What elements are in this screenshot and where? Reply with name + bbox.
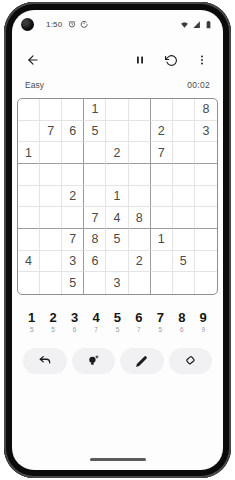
cell-r6c4[interactable]: 7 [84, 207, 106, 229]
numpad-digit: 9 [200, 311, 207, 324]
cell-r7c9[interactable] [195, 229, 217, 251]
phone-frame: 1:50 [4, 2, 231, 478]
cell-r2c2[interactable]: 7 [40, 121, 62, 143]
difficulty-label: Easy [25, 80, 44, 90]
cell-r6c3[interactable] [62, 207, 84, 229]
cell-r2c3[interactable]: 6 [62, 121, 84, 143]
cell-r3c5[interactable]: 2 [106, 142, 128, 164]
cell-r4c7[interactable] [151, 164, 173, 186]
cell-r4c3[interactable] [62, 164, 84, 186]
numpad-remaining-count: 5 [159, 326, 163, 333]
pencil-button[interactable] [120, 348, 164, 374]
back-arrow-icon [26, 53, 40, 67]
cell-r3c9[interactable] [195, 142, 217, 164]
cell-r5c3[interactable]: 2 [62, 186, 84, 208]
cell-r5c6[interactable] [129, 186, 151, 208]
numpad-digit: 2 [50, 311, 57, 324]
cell-r2c5[interactable] [106, 121, 128, 143]
numpad-key-2[interactable]: 25 [42, 311, 63, 333]
cell-r9c3[interactable]: 5 [62, 272, 84, 294]
numpad-digit: 7 [157, 311, 164, 324]
numpad-key-6[interactable]: 67 [128, 311, 149, 333]
cell-r9c1[interactable] [18, 272, 40, 294]
cell-r1c2[interactable] [40, 99, 62, 121]
cell-r1c1[interactable] [18, 99, 40, 121]
number-pad: 152536475567758699 [21, 311, 214, 333]
cell-r7c8[interactable] [173, 229, 195, 251]
cell-r5c8[interactable] [173, 186, 195, 208]
cell-r3c1[interactable]: 1 [18, 142, 40, 164]
numpad-key-3[interactable]: 36 [64, 311, 85, 333]
camera-punch-hole [21, 18, 34, 31]
numpad-remaining-count: 7 [137, 326, 141, 333]
status-icons-right [180, 20, 213, 29]
cell-r3c7[interactable]: 7 [151, 142, 173, 164]
cell-r6c8[interactable] [173, 207, 195, 229]
alarm-icon [68, 20, 76, 28]
cell-r8c9[interactable] [195, 251, 217, 273]
cell-r2c8[interactable] [173, 121, 195, 143]
cell-r5c5[interactable]: 1 [106, 186, 128, 208]
numpad-digit: 6 [135, 311, 142, 324]
undo-button[interactable] [23, 348, 67, 374]
game-info-row: Easy 00:02 [25, 80, 210, 90]
numpad-digit: 1 [28, 311, 35, 324]
pause-icon [134, 54, 146, 66]
numpad-digit: 8 [178, 311, 185, 324]
back-button[interactable] [24, 51, 42, 69]
numpad-key-9[interactable]: 99 [193, 311, 214, 333]
cell-r4c9[interactable] [195, 164, 217, 186]
hint-bulb-icon [86, 354, 100, 368]
cell-r9c2[interactable] [40, 272, 62, 294]
wifi-icon [180, 20, 189, 29]
cell-r2c7[interactable]: 2 [151, 121, 173, 143]
hint-button[interactable] [72, 348, 116, 374]
cell-r9c7[interactable] [151, 272, 173, 294]
timer-label: 00:02 [187, 80, 210, 90]
cell-r8c4[interactable]: 6 [84, 251, 106, 273]
cell-r8c8[interactable]: 5 [173, 251, 195, 273]
numpad-key-7[interactable]: 75 [150, 311, 171, 333]
home-indicator[interactable] [90, 458, 146, 461]
menu-button[interactable] [193, 51, 211, 69]
cell-r1c6[interactable] [129, 99, 151, 121]
cell-r6c7[interactable] [151, 207, 173, 229]
numpad-digit: 3 [71, 311, 78, 324]
cell-r7c1[interactable] [18, 229, 40, 251]
more-vert-icon [196, 54, 208, 66]
status-bar: 1:50 [12, 10, 223, 32]
cell-r1c9[interactable]: 8 [195, 99, 217, 121]
cell-r9c6[interactable] [129, 272, 151, 294]
phone-screen: 1:50 [12, 10, 223, 470]
cell-r8c1[interactable]: 4 [18, 251, 40, 273]
cell-r1c7[interactable] [151, 99, 173, 121]
numpad-remaining-count: 7 [94, 326, 98, 333]
cell-r8c6[interactable]: 2 [129, 251, 151, 273]
numpad-remaining-count: 5 [30, 326, 34, 333]
cell-r7c5[interactable]: 5 [106, 229, 128, 251]
cell-r3c8[interactable] [173, 142, 195, 164]
cell-r8c2[interactable] [40, 251, 62, 273]
toolbar [23, 348, 212, 374]
cell-r1c5[interactable] [106, 99, 128, 121]
cell-r1c3[interactable] [62, 99, 84, 121]
numpad-remaining-count: 5 [116, 326, 120, 333]
cell-r1c4[interactable]: 1 [84, 99, 106, 121]
cell-r1c8[interactable] [173, 99, 195, 121]
numpad-key-8[interactable]: 86 [171, 311, 192, 333]
cell-r4c2[interactable] [40, 164, 62, 186]
cell-r4c8[interactable] [173, 164, 195, 186]
status-time: 1:50 [46, 20, 62, 29]
cell-r8c3[interactable]: 3 [62, 251, 84, 273]
numpad-key-1[interactable]: 15 [21, 311, 42, 333]
cell-r5c7[interactable] [151, 186, 173, 208]
pencil-icon [135, 355, 148, 368]
cell-r6c2[interactable] [40, 207, 62, 229]
cell-r3c6[interactable] [129, 142, 151, 164]
cell-r5c2[interactable] [40, 186, 62, 208]
numpad-digit: 5 [114, 311, 121, 324]
cell-r7c3[interactable]: 7 [62, 229, 84, 251]
cell-r8c5[interactable] [106, 251, 128, 273]
numpad-key-5[interactable]: 55 [107, 311, 128, 333]
undo-icon [38, 354, 52, 368]
app-bar-actions [131, 51, 211, 69]
cell-r2c6[interactable] [129, 121, 151, 143]
cell-r3c4[interactable] [84, 142, 106, 164]
eraser-button[interactable] [169, 348, 213, 374]
cell-r9c4[interactable] [84, 272, 106, 294]
cell-r4c1[interactable] [18, 164, 40, 186]
eraser-icon [183, 354, 197, 368]
status-icons-left [68, 20, 88, 28]
restart-button[interactable] [162, 51, 180, 69]
data-saver-icon [80, 20, 88, 28]
cell-r7c6[interactable] [129, 229, 151, 251]
app-bar [12, 47, 223, 73]
numpad-digit: 4 [92, 311, 99, 324]
sudoku-grid: 18765231272174878514362553 [17, 98, 218, 295]
restart-icon [165, 54, 178, 67]
numpad-remaining-count: 5 [51, 326, 55, 333]
cell-r9c9[interactable] [195, 272, 217, 294]
cell-r5c4[interactable] [84, 186, 106, 208]
cell-r7c4[interactable]: 8 [84, 229, 106, 251]
cell-r6c5[interactable]: 4 [106, 207, 128, 229]
cell-r4c5[interactable] [106, 164, 128, 186]
cell-r7c7[interactable]: 1 [151, 229, 173, 251]
pause-button[interactable] [131, 51, 149, 69]
cell-r3c3[interactable] [62, 142, 84, 164]
cell-r4c6[interactable] [129, 164, 151, 186]
cell-r5c1[interactable] [18, 186, 40, 208]
cell-r3c2[interactable] [40, 142, 62, 164]
cell-r6c9[interactable] [195, 207, 217, 229]
cell-r6c6[interactable]: 8 [129, 207, 151, 229]
cell-r8c7[interactable] [151, 251, 173, 273]
cell-r6c1[interactable] [18, 207, 40, 229]
cell-r4c4[interactable] [84, 164, 106, 186]
cell-r2c9[interactable]: 3 [195, 121, 217, 143]
cell-r9c8[interactable] [173, 272, 195, 294]
cell-r5c9[interactable] [195, 186, 217, 208]
numpad-key-4[interactable]: 47 [85, 311, 106, 333]
numpad-remaining-count: 9 [201, 326, 205, 333]
numpad-remaining-count: 6 [180, 326, 184, 333]
battery-icon [204, 20, 213, 29]
cell-r9c5[interactable]: 3 [106, 272, 128, 294]
cell-r7c2[interactable] [40, 229, 62, 251]
signal-icon [192, 20, 201, 29]
cell-r2c4[interactable]: 5 [84, 121, 106, 143]
numpad-remaining-count: 6 [73, 326, 77, 333]
cell-r2c1[interactable] [18, 121, 40, 143]
